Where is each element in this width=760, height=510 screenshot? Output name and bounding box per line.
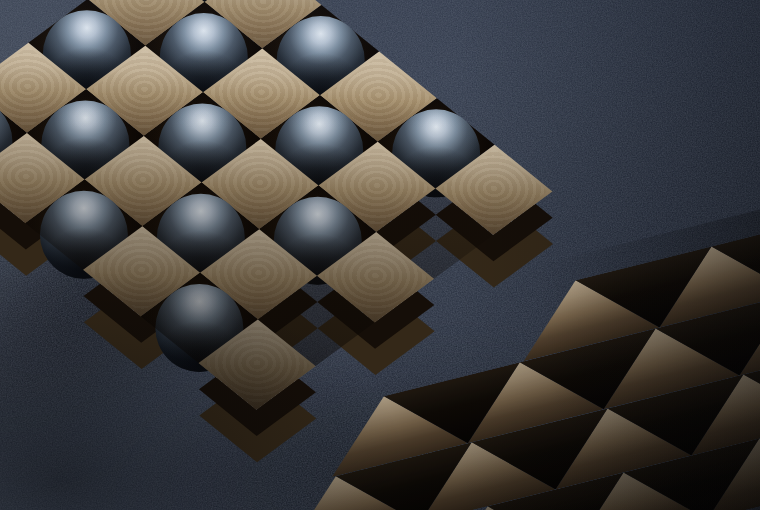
scene [0,0,760,510]
